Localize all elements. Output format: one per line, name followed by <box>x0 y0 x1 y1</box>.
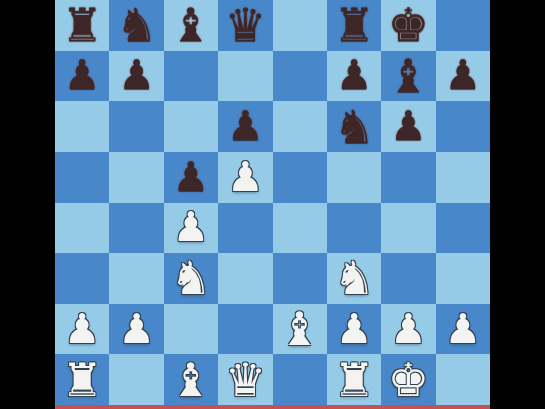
square-d3[interactable] <box>218 253 272 304</box>
square-a6[interactable] <box>55 101 109 152</box>
white-pawn: ♟ <box>444 309 481 350</box>
black-pawn: ♟ <box>64 55 101 96</box>
black-knight: ♞ <box>116 2 157 48</box>
square-c2[interactable] <box>164 304 218 355</box>
square-g5[interactable] <box>381 152 435 203</box>
square-e3[interactable] <box>273 253 327 304</box>
square-g8[interactable]: ♚ <box>381 0 435 51</box>
white-queen: ♛ <box>225 357 266 403</box>
black-rook: ♜ <box>333 2 374 48</box>
square-b1[interactable] <box>109 354 163 405</box>
square-g3[interactable] <box>381 253 435 304</box>
square-b2[interactable]: ♟ <box>109 304 163 355</box>
square-a7[interactable]: ♟ <box>55 51 109 102</box>
black-pawn: ♟ <box>336 55 373 96</box>
square-f5[interactable] <box>327 152 381 203</box>
square-f4[interactable] <box>327 203 381 254</box>
square-d4[interactable] <box>218 203 272 254</box>
square-b4[interactable] <box>109 203 163 254</box>
black-bishop: ♝ <box>170 2 211 48</box>
square-e2[interactable]: ♝ <box>273 304 327 355</box>
square-h1[interactable] <box>436 354 490 405</box>
square-g4[interactable] <box>381 203 435 254</box>
black-knight: ♞ <box>333 104 374 150</box>
white-rook: ♜ <box>333 357 374 403</box>
square-c6[interactable] <box>164 101 218 152</box>
white-bishop: ♝ <box>279 306 320 352</box>
square-a3[interactable] <box>55 253 109 304</box>
square-f3[interactable]: ♞ <box>327 253 381 304</box>
video-frame: ♜♞♝♛♜♚♟♟♟♝♟♟♞♟♟♟♟♞♞♟♟♝♟♟♟♜♝♛♜♚ <box>0 0 545 409</box>
square-a8[interactable]: ♜ <box>55 0 109 51</box>
square-f7[interactable]: ♟ <box>327 51 381 102</box>
square-g6[interactable]: ♟ <box>381 101 435 152</box>
black-pawn: ♟ <box>118 55 155 96</box>
white-pawn: ♟ <box>118 309 155 350</box>
white-pawn: ♟ <box>390 309 427 350</box>
black-rook: ♜ <box>62 2 103 48</box>
letterbox-left-bar <box>0 0 55 409</box>
white-pawn: ♟ <box>227 157 264 198</box>
white-king: ♚ <box>388 357 429 403</box>
square-h8[interactable] <box>436 0 490 51</box>
square-e1[interactable] <box>273 354 327 405</box>
square-d8[interactable]: ♛ <box>218 0 272 51</box>
square-d6[interactable]: ♟ <box>218 101 272 152</box>
black-pawn: ♟ <box>390 106 427 147</box>
square-h6[interactable] <box>436 101 490 152</box>
white-pawn: ♟ <box>336 309 373 350</box>
square-h7[interactable]: ♟ <box>436 51 490 102</box>
square-f8[interactable]: ♜ <box>327 0 381 51</box>
square-b3[interactable] <box>109 253 163 304</box>
square-h4[interactable] <box>436 203 490 254</box>
letterbox-right-bar <box>490 0 545 409</box>
square-c7[interactable] <box>164 51 218 102</box>
square-h3[interactable] <box>436 253 490 304</box>
square-a5[interactable] <box>55 152 109 203</box>
square-c8[interactable]: ♝ <box>164 0 218 51</box>
square-e7[interactable] <box>273 51 327 102</box>
square-c4[interactable]: ♟ <box>164 203 218 254</box>
black-king: ♚ <box>388 2 429 48</box>
white-knight: ♞ <box>170 255 211 301</box>
black-bishop: ♝ <box>388 53 429 99</box>
square-c3[interactable]: ♞ <box>164 253 218 304</box>
black-pawn: ♟ <box>444 55 481 96</box>
black-pawn: ♟ <box>173 157 210 198</box>
square-b7[interactable]: ♟ <box>109 51 163 102</box>
square-e5[interactable] <box>273 152 327 203</box>
square-e6[interactable] <box>273 101 327 152</box>
square-e8[interactable] <box>273 0 327 51</box>
square-d2[interactable] <box>218 304 272 355</box>
white-knight: ♞ <box>333 255 374 301</box>
square-g2[interactable]: ♟ <box>381 304 435 355</box>
white-pawn: ♟ <box>64 309 101 350</box>
square-e4[interactable] <box>273 203 327 254</box>
square-f2[interactable]: ♟ <box>327 304 381 355</box>
square-g1[interactable]: ♚ <box>381 354 435 405</box>
square-a4[interactable] <box>55 203 109 254</box>
square-h5[interactable] <box>436 152 490 203</box>
square-c1[interactable]: ♝ <box>164 354 218 405</box>
square-b5[interactable] <box>109 152 163 203</box>
square-d1[interactable]: ♛ <box>218 354 272 405</box>
black-queen: ♛ <box>225 2 266 48</box>
video-artifact-strip <box>55 405 490 409</box>
square-h2[interactable]: ♟ <box>436 304 490 355</box>
black-pawn: ♟ <box>227 106 264 147</box>
square-b8[interactable]: ♞ <box>109 0 163 51</box>
square-g7[interactable]: ♝ <box>381 51 435 102</box>
square-f6[interactable]: ♞ <box>327 101 381 152</box>
white-pawn: ♟ <box>173 207 210 248</box>
square-d5[interactable]: ♟ <box>218 152 272 203</box>
white-rook: ♜ <box>62 357 103 403</box>
chess-board: ♜♞♝♛♜♚♟♟♟♝♟♟♞♟♟♟♟♞♞♟♟♝♟♟♟♜♝♛♜♚ <box>55 0 490 405</box>
square-b6[interactable] <box>109 101 163 152</box>
square-d7[interactable] <box>218 51 272 102</box>
square-f1[interactable]: ♜ <box>327 354 381 405</box>
white-bishop: ♝ <box>170 357 211 403</box>
square-a2[interactable]: ♟ <box>55 304 109 355</box>
square-a1[interactable]: ♜ <box>55 354 109 405</box>
square-c5[interactable]: ♟ <box>164 152 218 203</box>
